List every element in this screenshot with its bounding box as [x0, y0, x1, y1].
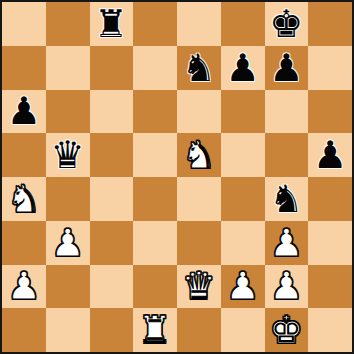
square-a5[interactable]	[2, 133, 46, 177]
square-g3[interactable]: ♟	[265, 221, 309, 265]
piece-white-queen[interactable]: ♛	[182, 267, 216, 305]
square-c2[interactable]	[90, 265, 134, 309]
piece-white-king[interactable]: ♚	[269, 311, 303, 349]
piece-white-pawn[interactable]: ♟	[269, 224, 303, 262]
square-g4[interactable]: ♞	[265, 177, 309, 221]
square-b5[interactable]: ♛	[46, 133, 90, 177]
square-h5[interactable]: ♟	[308, 133, 352, 177]
square-g1[interactable]: ♚	[265, 308, 309, 352]
square-c1[interactable]	[90, 308, 134, 352]
square-d5[interactable]	[133, 133, 177, 177]
piece-black-rook[interactable]: ♜	[94, 5, 128, 43]
piece-black-king[interactable]: ♚	[269, 5, 303, 43]
square-f3[interactable]	[221, 221, 265, 265]
square-b4[interactable]	[46, 177, 90, 221]
square-h2[interactable]	[308, 265, 352, 309]
square-c4[interactable]	[90, 177, 134, 221]
square-f2[interactable]: ♟	[221, 265, 265, 309]
square-a8[interactable]	[2, 2, 46, 46]
square-d8[interactable]	[133, 2, 177, 46]
square-e1[interactable]	[177, 308, 221, 352]
square-g7[interactable]: ♟	[265, 46, 309, 90]
piece-white-knight[interactable]: ♞	[7, 180, 41, 218]
piece-white-rook[interactable]: ♜	[138, 311, 172, 349]
square-g2[interactable]: ♟	[265, 265, 309, 309]
square-a1[interactable]	[2, 308, 46, 352]
piece-black-pawn[interactable]: ♟	[226, 49, 260, 87]
square-a7[interactable]	[2, 46, 46, 90]
square-h3[interactable]	[308, 221, 352, 265]
piece-white-pawn[interactable]: ♟	[7, 267, 41, 305]
piece-black-pawn[interactable]: ♟	[269, 49, 303, 87]
square-a4[interactable]: ♞	[2, 177, 46, 221]
square-b8[interactable]	[46, 2, 90, 46]
square-e2[interactable]: ♛	[177, 265, 221, 309]
square-e5[interactable]: ♞	[177, 133, 221, 177]
square-b7[interactable]	[46, 46, 90, 90]
square-f6[interactable]	[221, 90, 265, 134]
piece-white-knight[interactable]: ♞	[182, 136, 216, 174]
square-h6[interactable]	[308, 90, 352, 134]
piece-white-pawn[interactable]: ♟	[51, 224, 85, 262]
square-a2[interactable]: ♟	[2, 265, 46, 309]
piece-black-pawn[interactable]: ♟	[313, 136, 347, 174]
square-g5[interactable]	[265, 133, 309, 177]
square-c7[interactable]	[90, 46, 134, 90]
square-c8[interactable]: ♜	[90, 2, 134, 46]
square-f5[interactable]	[221, 133, 265, 177]
square-e3[interactable]	[177, 221, 221, 265]
square-d6[interactable]	[133, 90, 177, 134]
square-d2[interactable]	[133, 265, 177, 309]
square-d1[interactable]: ♜	[133, 308, 177, 352]
square-e4[interactable]	[177, 177, 221, 221]
square-b2[interactable]	[46, 265, 90, 309]
square-f7[interactable]: ♟	[221, 46, 265, 90]
square-e6[interactable]	[177, 90, 221, 134]
square-f8[interactable]	[221, 2, 265, 46]
square-a3[interactable]	[2, 221, 46, 265]
square-d3[interactable]	[133, 221, 177, 265]
square-c6[interactable]	[90, 90, 134, 134]
square-a6[interactable]: ♟	[2, 90, 46, 134]
square-g6[interactable]	[265, 90, 309, 134]
piece-black-knight[interactable]: ♞	[269, 180, 303, 218]
square-b1[interactable]	[46, 308, 90, 352]
square-c3[interactable]	[90, 221, 134, 265]
square-d7[interactable]	[133, 46, 177, 90]
square-h4[interactable]	[308, 177, 352, 221]
piece-black-queen[interactable]: ♛	[51, 136, 85, 174]
square-b6[interactable]	[46, 90, 90, 134]
piece-white-pawn[interactable]: ♟	[269, 267, 303, 305]
square-b3[interactable]: ♟	[46, 221, 90, 265]
square-d4[interactable]	[133, 177, 177, 221]
square-e8[interactable]	[177, 2, 221, 46]
chess-board: ♜♚♞♟♟♟♛♞♟♞♞♟♟♟♛♟♟♜♚	[0, 0, 354, 354]
square-g8[interactable]: ♚	[265, 2, 309, 46]
square-h7[interactable]	[308, 46, 352, 90]
piece-black-pawn[interactable]: ♟	[7, 92, 41, 130]
piece-white-pawn[interactable]: ♟	[226, 267, 260, 305]
square-c5[interactable]	[90, 133, 134, 177]
square-h8[interactable]	[308, 2, 352, 46]
square-f1[interactable]	[221, 308, 265, 352]
square-e7[interactable]: ♞	[177, 46, 221, 90]
piece-black-knight[interactable]: ♞	[182, 49, 216, 87]
square-f4[interactable]	[221, 177, 265, 221]
square-h1[interactable]	[308, 308, 352, 352]
